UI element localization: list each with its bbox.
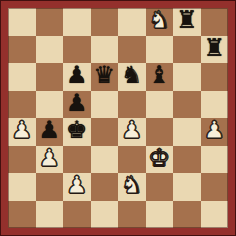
square-b2[interactable] [36,173,64,201]
square-a7[interactable] [8,36,36,64]
square-d2[interactable] [91,173,119,201]
square-c3[interactable] [63,146,91,174]
square-e3[interactable] [118,146,146,174]
square-c4[interactable]: ♚ [63,118,91,146]
square-h6[interactable] [201,63,229,91]
square-a4[interactable]: ♟ [8,118,36,146]
square-f5[interactable] [146,91,174,119]
square-f7[interactable] [146,36,174,64]
square-g4[interactable] [173,118,201,146]
square-c6[interactable]: ♟ [63,63,91,91]
square-f6[interactable]: ♝ [146,63,174,91]
piece-white-pawn[interactable]: ♟ [203,118,225,144]
piece-black-queen[interactable]: ♛ [93,63,115,89]
piece-black-rook[interactable]: ♜ [203,36,225,62]
square-h8[interactable] [201,8,229,36]
square-a2[interactable] [8,173,36,201]
square-e5[interactable] [118,91,146,119]
square-b4[interactable]: ♟ [36,118,64,146]
square-e6[interactable]: ♞ [118,63,146,91]
square-g6[interactable] [173,63,201,91]
square-h2[interactable] [201,173,229,201]
square-d5[interactable] [91,91,119,119]
square-d8[interactable] [91,8,119,36]
piece-black-pawn[interactable]: ♟ [38,118,60,144]
piece-black-knight[interactable]: ♞ [121,63,143,89]
square-a3[interactable] [8,146,36,174]
square-e7[interactable] [118,36,146,64]
chess-board: ♞♜♜♟♛♞♝♟♟♟♚♟♟♟♚♟♞ [8,8,228,228]
square-a5[interactable] [8,91,36,119]
piece-black-king[interactable]: ♚ [66,118,88,144]
square-h3[interactable] [201,146,229,174]
piece-white-pawn[interactable]: ♟ [38,146,60,172]
board-frame: ♞♜♜♟♛♞♝♟♟♟♚♟♟♟♚♟♞ [0,0,236,236]
square-f8[interactable]: ♞ [146,8,174,36]
square-b7[interactable] [36,36,64,64]
square-g7[interactable] [173,36,201,64]
square-b1[interactable] [36,201,64,229]
square-e4[interactable]: ♟ [118,118,146,146]
square-h5[interactable] [201,91,229,119]
square-c2[interactable]: ♟ [63,173,91,201]
piece-black-rook[interactable]: ♜ [176,8,198,34]
square-f1[interactable] [146,201,174,229]
square-b6[interactable] [36,63,64,91]
square-e2[interactable]: ♞ [118,173,146,201]
piece-white-king[interactable]: ♚ [148,146,170,172]
square-a8[interactable] [8,8,36,36]
square-c7[interactable] [63,36,91,64]
square-a6[interactable] [8,63,36,91]
piece-white-pawn[interactable]: ♟ [11,118,33,144]
piece-white-pawn[interactable]: ♟ [66,173,88,199]
piece-white-pawn[interactable]: ♟ [121,118,143,144]
square-b5[interactable] [36,91,64,119]
square-d3[interactable] [91,146,119,174]
square-c1[interactable] [63,201,91,229]
square-b8[interactable] [36,8,64,36]
square-b3[interactable]: ♟ [36,146,64,174]
piece-white-knight[interactable]: ♞ [121,173,143,199]
square-d6[interactable]: ♛ [91,63,119,91]
square-g5[interactable] [173,91,201,119]
square-h4[interactable]: ♟ [201,118,229,146]
square-h7[interactable]: ♜ [201,36,229,64]
square-f2[interactable] [146,173,174,201]
square-h1[interactable] [201,201,229,229]
square-c5[interactable]: ♟ [63,91,91,119]
piece-black-pawn[interactable]: ♟ [66,63,88,89]
square-g8[interactable]: ♜ [173,8,201,36]
piece-black-bishop[interactable]: ♝ [148,63,170,89]
square-f3[interactable]: ♚ [146,146,174,174]
piece-white-knight[interactable]: ♞ [148,8,170,34]
square-g1[interactable] [173,201,201,229]
square-e8[interactable] [118,8,146,36]
piece-black-pawn[interactable]: ♟ [66,91,88,117]
square-d7[interactable] [91,36,119,64]
square-g2[interactable] [173,173,201,201]
square-c8[interactable] [63,8,91,36]
square-e1[interactable] [118,201,146,229]
square-f4[interactable] [146,118,174,146]
square-a1[interactable] [8,201,36,229]
square-d1[interactable] [91,201,119,229]
square-g3[interactable] [173,146,201,174]
square-d4[interactable] [91,118,119,146]
